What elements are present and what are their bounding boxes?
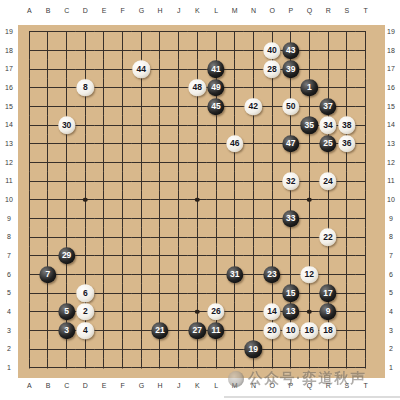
intersection-G3 bbox=[132, 321, 151, 340]
intersection-Q8 bbox=[300, 228, 319, 247]
intersection-J6 bbox=[169, 265, 188, 284]
intersection-C4: 5 bbox=[57, 303, 76, 322]
column-label-top-T: T bbox=[359, 5, 373, 17]
intersection-K11 bbox=[188, 172, 207, 191]
intersection-N4 bbox=[244, 303, 263, 322]
intersection-H13 bbox=[151, 135, 170, 154]
row-label-left-13: 13 bbox=[1, 138, 17, 150]
intersection-O5 bbox=[263, 284, 282, 303]
intersection-L7 bbox=[207, 247, 226, 266]
intersection-G16 bbox=[132, 79, 151, 98]
intersection-H7 bbox=[151, 247, 170, 266]
intersection-B1 bbox=[39, 359, 58, 378]
intersection-K6 bbox=[188, 265, 207, 284]
move-number: 1 bbox=[307, 84, 312, 93]
intersection-H2 bbox=[151, 340, 170, 359]
intersection-H1 bbox=[151, 359, 170, 378]
intersection-P16 bbox=[281, 79, 300, 98]
intersection-G18 bbox=[132, 41, 151, 60]
move-number: 3 bbox=[64, 326, 69, 335]
move-number: 34 bbox=[323, 121, 332, 130]
intersection-P13: 47 bbox=[281, 135, 300, 154]
move-number: 41 bbox=[211, 65, 220, 74]
intersection-Q9 bbox=[300, 209, 319, 228]
stone-white-22-R8: 22 bbox=[319, 229, 336, 246]
stone-black-9-R4: 9 bbox=[319, 303, 336, 320]
intersection-R15: 37 bbox=[319, 97, 338, 116]
intersection-F9 bbox=[113, 209, 132, 228]
intersection-T17 bbox=[356, 60, 375, 79]
intersection-L3: 11 bbox=[207, 321, 226, 340]
move-number: 48 bbox=[193, 84, 202, 93]
intersection-B2 bbox=[39, 340, 58, 359]
star-point bbox=[195, 198, 200, 203]
intersection-O7 bbox=[263, 247, 282, 266]
stone-black-45-L15: 45 bbox=[207, 98, 224, 115]
intersection-A5 bbox=[20, 284, 39, 303]
intersection-B12 bbox=[39, 153, 58, 172]
go-board-diagram: 4043444128398484914542503730353438464725… bbox=[0, 0, 400, 400]
row-label-left-3: 3 bbox=[1, 325, 17, 337]
move-number: 15 bbox=[286, 289, 295, 298]
intersection-N8 bbox=[244, 228, 263, 247]
intersection-Q10 bbox=[300, 191, 319, 210]
intersection-S7 bbox=[337, 247, 356, 266]
row-label-left-15: 15 bbox=[1, 101, 17, 113]
intersection-N3 bbox=[244, 321, 263, 340]
move-number: 29 bbox=[62, 252, 71, 261]
intersection-G6 bbox=[132, 265, 151, 284]
intersection-R11: 24 bbox=[319, 172, 338, 191]
intersection-D9 bbox=[76, 209, 95, 228]
intersection-H3: 21 bbox=[151, 321, 170, 340]
move-number: 45 bbox=[211, 102, 220, 111]
intersection-G1 bbox=[132, 359, 151, 378]
row-label-right-3: 3 bbox=[383, 325, 399, 337]
move-number: 38 bbox=[342, 121, 351, 130]
intersection-J19 bbox=[169, 23, 188, 42]
star-point bbox=[83, 198, 88, 203]
intersection-E19 bbox=[95, 23, 114, 42]
move-number: 31 bbox=[230, 270, 239, 279]
row-label-right-10: 10 bbox=[383, 194, 399, 206]
intersection-C11 bbox=[57, 172, 76, 191]
intersection-O6: 23 bbox=[263, 265, 282, 284]
intersection-B18 bbox=[39, 41, 58, 60]
intersection-G12 bbox=[132, 153, 151, 172]
intersection-M2 bbox=[225, 340, 244, 359]
intersection-J12 bbox=[169, 153, 188, 172]
intersection-E4 bbox=[95, 303, 114, 322]
row-label-right-12: 12 bbox=[383, 157, 399, 169]
move-number: 35 bbox=[305, 121, 314, 130]
intersection-K1 bbox=[188, 359, 207, 378]
column-label-bottom-D: D bbox=[78, 380, 92, 392]
intersection-O17: 28 bbox=[263, 60, 282, 79]
page-divider bbox=[224, 396, 400, 399]
intersection-M15 bbox=[225, 97, 244, 116]
intersection-T3 bbox=[356, 321, 375, 340]
intersection-N18 bbox=[244, 41, 263, 60]
row-label-right-17: 17 bbox=[383, 63, 399, 75]
intersection-L19 bbox=[207, 23, 226, 42]
intersection-Q3: 16 bbox=[300, 321, 319, 340]
row-label-left-14: 14 bbox=[1, 119, 17, 131]
intersection-P2 bbox=[281, 340, 300, 359]
row-label-right-19: 19 bbox=[383, 26, 399, 38]
column-label-top-N: N bbox=[246, 5, 260, 17]
move-number: 24 bbox=[323, 177, 332, 186]
column-label-top-E: E bbox=[97, 5, 111, 17]
intersection-J2 bbox=[169, 340, 188, 359]
intersection-C7: 29 bbox=[57, 247, 76, 266]
intersection-S14: 38 bbox=[337, 116, 356, 135]
intersection-C15 bbox=[57, 97, 76, 116]
move-number: 10 bbox=[286, 326, 295, 335]
intersection-E14 bbox=[95, 116, 114, 135]
row-label-right-5: 5 bbox=[383, 287, 399, 299]
intersection-S10 bbox=[337, 191, 356, 210]
intersection-G9 bbox=[132, 209, 151, 228]
intersection-G19 bbox=[132, 23, 151, 42]
intersection-N15: 42 bbox=[244, 97, 263, 116]
intersection-T15 bbox=[356, 97, 375, 116]
intersection-F5 bbox=[113, 284, 132, 303]
move-number: 30 bbox=[62, 121, 71, 130]
intersection-H16 bbox=[151, 79, 170, 98]
stone-white-44-G17: 44 bbox=[133, 61, 150, 78]
intersection-B7 bbox=[39, 247, 58, 266]
column-label-bottom-A: A bbox=[22, 380, 36, 392]
intersection-J8 bbox=[169, 228, 188, 247]
intersection-D3: 4 bbox=[76, 321, 95, 340]
move-number: 17 bbox=[323, 289, 332, 298]
intersection-M16 bbox=[225, 79, 244, 98]
stone-black-13-P4: 13 bbox=[282, 303, 299, 320]
stone-white-38-S14: 38 bbox=[338, 117, 355, 134]
intersection-B9 bbox=[39, 209, 58, 228]
stone-white-34-R14: 34 bbox=[319, 117, 336, 134]
intersection-J3 bbox=[169, 321, 188, 340]
stone-black-39-P17: 39 bbox=[282, 61, 299, 78]
intersection-T6 bbox=[356, 265, 375, 284]
intersection-Q4 bbox=[300, 303, 319, 322]
intersection-R10 bbox=[319, 191, 338, 210]
intersection-E9 bbox=[95, 209, 114, 228]
stone-black-19-N2: 19 bbox=[245, 341, 262, 358]
move-number: 33 bbox=[286, 214, 295, 223]
intersection-J13 bbox=[169, 135, 188, 154]
stone-white-2-D4: 2 bbox=[77, 303, 94, 320]
intersection-A1 bbox=[20, 359, 39, 378]
intersection-L15: 45 bbox=[207, 97, 226, 116]
intersection-J15 bbox=[169, 97, 188, 116]
intersection-L8 bbox=[207, 228, 226, 247]
intersection-Q18 bbox=[300, 41, 319, 60]
intersection-D8 bbox=[76, 228, 95, 247]
intersection-R9 bbox=[319, 209, 338, 228]
intersection-N7 bbox=[244, 247, 263, 266]
intersection-B13 bbox=[39, 135, 58, 154]
intersection-D18 bbox=[76, 41, 95, 60]
move-number: 8 bbox=[83, 84, 88, 93]
intersection-F19 bbox=[113, 23, 132, 42]
stone-black-47-P13: 47 bbox=[282, 135, 299, 152]
intersection-D4: 2 bbox=[76, 303, 95, 322]
intersection-E2 bbox=[95, 340, 114, 359]
intersection-L17: 41 bbox=[207, 60, 226, 79]
intersection-J10 bbox=[169, 191, 188, 210]
stone-white-42-N15: 42 bbox=[245, 98, 262, 115]
intersection-N6 bbox=[244, 265, 263, 284]
column-label-top-H: H bbox=[153, 5, 167, 17]
intersection-D2 bbox=[76, 340, 95, 359]
stone-black-49-L16: 49 bbox=[207, 79, 224, 96]
row-label-right-4: 4 bbox=[383, 306, 399, 318]
move-number: 21 bbox=[155, 326, 164, 335]
column-label-bottom-L: L bbox=[209, 380, 223, 392]
stone-white-10-P3: 10 bbox=[282, 322, 299, 339]
intersection-B3 bbox=[39, 321, 58, 340]
move-number: 26 bbox=[211, 308, 220, 317]
intersection-R5: 17 bbox=[319, 284, 338, 303]
intersection-F4 bbox=[113, 303, 132, 322]
intersection-N12 bbox=[244, 153, 263, 172]
intersection-T9 bbox=[356, 209, 375, 228]
intersection-B8 bbox=[39, 228, 58, 247]
intersection-F11 bbox=[113, 172, 132, 191]
intersection-D10 bbox=[76, 191, 95, 210]
row-label-right-15: 15 bbox=[383, 101, 399, 113]
intersection-C19 bbox=[57, 23, 76, 42]
row-label-right-13: 13 bbox=[383, 138, 399, 150]
intersection-C17 bbox=[57, 60, 76, 79]
intersection-S4 bbox=[337, 303, 356, 322]
stone-black-7-B6: 7 bbox=[39, 266, 56, 283]
intersection-M5 bbox=[225, 284, 244, 303]
intersection-B11 bbox=[39, 172, 58, 191]
stone-black-17-R5: 17 bbox=[319, 285, 336, 302]
intersection-M17 bbox=[225, 60, 244, 79]
move-number: 23 bbox=[267, 270, 276, 279]
intersection-H6 bbox=[151, 265, 170, 284]
intersection-G15 bbox=[132, 97, 151, 116]
intersection-K9 bbox=[188, 209, 207, 228]
intersection-B4 bbox=[39, 303, 58, 322]
stone-black-31-M6: 31 bbox=[226, 266, 243, 283]
intersection-B16 bbox=[39, 79, 58, 98]
row-label-left-7: 7 bbox=[1, 250, 17, 262]
intersection-R18 bbox=[319, 41, 338, 60]
intersection-M11 bbox=[225, 172, 244, 191]
intersection-G17: 44 bbox=[132, 60, 151, 79]
intersection-C2 bbox=[57, 340, 76, 359]
intersection-R17 bbox=[319, 60, 338, 79]
move-number: 2 bbox=[83, 308, 88, 317]
intersection-C18 bbox=[57, 41, 76, 60]
move-number: 42 bbox=[249, 102, 258, 111]
intersection-K2 bbox=[188, 340, 207, 359]
intersection-C6 bbox=[57, 265, 76, 284]
intersection-G8 bbox=[132, 228, 151, 247]
intersection-H15 bbox=[151, 97, 170, 116]
stone-white-16-Q3: 16 bbox=[301, 322, 318, 339]
move-number: 49 bbox=[211, 84, 220, 93]
intersection-E16 bbox=[95, 79, 114, 98]
intersection-D19 bbox=[76, 23, 95, 42]
intersection-P18: 43 bbox=[281, 41, 300, 60]
intersection-B17 bbox=[39, 60, 58, 79]
column-label-top-R: R bbox=[321, 5, 335, 17]
intersection-N17 bbox=[244, 60, 263, 79]
row-label-right-16: 16 bbox=[383, 82, 399, 94]
intersection-J9 bbox=[169, 209, 188, 228]
intersection-R3: 18 bbox=[319, 321, 338, 340]
stone-black-27-K3: 27 bbox=[189, 322, 206, 339]
intersection-D1 bbox=[76, 359, 95, 378]
stone-black-37-R15: 37 bbox=[319, 98, 336, 115]
stone-black-43-P18: 43 bbox=[282, 42, 299, 59]
stone-black-23-O6: 23 bbox=[263, 266, 280, 283]
intersection-M12 bbox=[225, 153, 244, 172]
stone-black-15-P5: 15 bbox=[282, 285, 299, 302]
intersection-M13: 46 bbox=[225, 135, 244, 154]
move-number: 43 bbox=[286, 46, 295, 55]
intersection-P14 bbox=[281, 116, 300, 135]
star-point bbox=[195, 310, 200, 315]
stone-white-24-R11: 24 bbox=[319, 173, 336, 190]
intersection-K18 bbox=[188, 41, 207, 60]
intersection-Q12 bbox=[300, 153, 319, 172]
intersection-D7 bbox=[76, 247, 95, 266]
intersection-N19 bbox=[244, 23, 263, 42]
intersection-E3 bbox=[95, 321, 114, 340]
intersection-O8 bbox=[263, 228, 282, 247]
intersection-B14 bbox=[39, 116, 58, 135]
move-number: 39 bbox=[286, 65, 295, 74]
stone-white-18-R3: 18 bbox=[319, 322, 336, 339]
column-label-bottom-C: C bbox=[60, 380, 74, 392]
move-number: 47 bbox=[286, 140, 295, 149]
intersection-Q6: 12 bbox=[300, 265, 319, 284]
intersection-Q5 bbox=[300, 284, 319, 303]
column-label-top-L: L bbox=[209, 5, 223, 17]
row-label-right-18: 18 bbox=[383, 45, 399, 57]
intersection-A16 bbox=[20, 79, 39, 98]
move-number: 5 bbox=[64, 308, 69, 317]
watermark: 公众号·弈道秋声 bbox=[228, 369, 366, 388]
intersection-H11 bbox=[151, 172, 170, 191]
intersection-K10 bbox=[188, 191, 207, 210]
intersection-T16 bbox=[356, 79, 375, 98]
intersection-Q13 bbox=[300, 135, 319, 154]
intersection-D17 bbox=[76, 60, 95, 79]
intersection-S16 bbox=[337, 79, 356, 98]
intersection-F12 bbox=[113, 153, 132, 172]
intersection-N11 bbox=[244, 172, 263, 191]
intersection-S17 bbox=[337, 60, 356, 79]
column-label-bottom-H: H bbox=[153, 380, 167, 392]
intersection-P4: 13 bbox=[281, 303, 300, 322]
intersection-O19 bbox=[263, 23, 282, 42]
intersection-D13 bbox=[76, 135, 95, 154]
intersection-C9 bbox=[57, 209, 76, 228]
intersection-D14 bbox=[76, 116, 95, 135]
intersection-N9 bbox=[244, 209, 263, 228]
intersection-K3: 27 bbox=[188, 321, 207, 340]
stone-white-40-O18: 40 bbox=[263, 42, 280, 59]
intersection-H8 bbox=[151, 228, 170, 247]
intersection-A8 bbox=[20, 228, 39, 247]
intersection-G14 bbox=[132, 116, 151, 135]
intersection-B10 bbox=[39, 191, 58, 210]
stone-black-25-R13: 25 bbox=[319, 135, 336, 152]
stone-black-11-L3: 11 bbox=[207, 322, 224, 339]
intersection-L13 bbox=[207, 135, 226, 154]
stone-white-6-D5: 6 bbox=[77, 285, 94, 302]
intersection-E10 bbox=[95, 191, 114, 210]
intersection-G2 bbox=[132, 340, 151, 359]
move-number: 13 bbox=[286, 308, 295, 317]
intersection-L11 bbox=[207, 172, 226, 191]
stone-black-29-C7: 29 bbox=[58, 247, 75, 264]
intersection-Q2 bbox=[300, 340, 319, 359]
intersection-K8 bbox=[188, 228, 207, 247]
intersection-S9 bbox=[337, 209, 356, 228]
intersection-P6 bbox=[281, 265, 300, 284]
stone-black-1-Q16: 1 bbox=[301, 79, 318, 96]
move-number: 25 bbox=[323, 140, 332, 149]
move-number: 46 bbox=[230, 140, 239, 149]
move-number: 50 bbox=[286, 102, 295, 111]
intersection-G13 bbox=[132, 135, 151, 154]
stone-black-35-Q14: 35 bbox=[301, 117, 318, 134]
intersection-P12 bbox=[281, 153, 300, 172]
column-label-bottom-J: J bbox=[172, 380, 186, 392]
intersection-T18 bbox=[356, 41, 375, 60]
intersection-R14: 34 bbox=[319, 116, 338, 135]
column-label-top-D: D bbox=[78, 5, 92, 17]
row-label-left-18: 18 bbox=[1, 45, 17, 57]
column-label-top-C: C bbox=[60, 5, 74, 17]
intersection-M19 bbox=[225, 23, 244, 42]
move-number: 9 bbox=[326, 308, 331, 317]
intersection-R7 bbox=[319, 247, 338, 266]
row-label-right-7: 7 bbox=[383, 250, 399, 262]
intersection-B5 bbox=[39, 284, 58, 303]
intersection-O10 bbox=[263, 191, 282, 210]
intersection-F3 bbox=[113, 321, 132, 340]
intersection-H10 bbox=[151, 191, 170, 210]
intersection-A10 bbox=[20, 191, 39, 210]
stone-white-26-L4: 26 bbox=[207, 303, 224, 320]
column-label-bottom-E: E bbox=[97, 380, 111, 392]
intersection-T10 bbox=[356, 191, 375, 210]
column-label-top-G: G bbox=[134, 5, 148, 17]
intersection-O18: 40 bbox=[263, 41, 282, 60]
intersection-E11 bbox=[95, 172, 114, 191]
star-point bbox=[307, 198, 312, 203]
intersection-A3 bbox=[20, 321, 39, 340]
intersection-L14 bbox=[207, 116, 226, 135]
intersection-Q17 bbox=[300, 60, 319, 79]
intersection-H19 bbox=[151, 23, 170, 42]
row-label-right-9: 9 bbox=[383, 213, 399, 225]
intersection-A19 bbox=[20, 23, 39, 42]
column-label-top-F: F bbox=[116, 5, 130, 17]
watermark-text: 公众号·弈道秋声 bbox=[248, 369, 366, 388]
intersection-K12 bbox=[188, 153, 207, 172]
